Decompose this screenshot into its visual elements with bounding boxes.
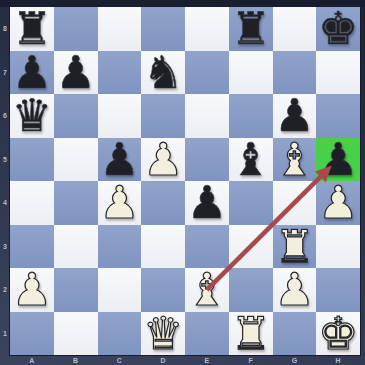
square-c4[interactable]: ♟ (98, 181, 142, 225)
square-c3[interactable] (98, 225, 142, 269)
piece-white-rook: ♜ (230, 312, 270, 355)
square-e2[interactable]: ♝ (185, 268, 229, 312)
square-g3[interactable]: ♜ (273, 225, 317, 269)
file-label-a: A (10, 355, 54, 365)
square-h5[interactable]: ♟ (316, 138, 360, 182)
board: ♜♜♚♟♟♞♛♟♟♟♝♝♟♟♟♟♜♟♝♟♛♜♚ (10, 7, 360, 355)
file-label-b: B (54, 355, 98, 365)
square-b2[interactable] (54, 268, 98, 312)
square-e3[interactable] (185, 225, 229, 269)
square-c1[interactable] (98, 312, 142, 356)
piece-white-pawn: ♟ (12, 268, 52, 311)
piece-black-pawn: ♟ (55, 51, 95, 94)
square-c8[interactable] (98, 7, 142, 51)
square-b8[interactable] (54, 7, 98, 51)
square-h6[interactable] (316, 94, 360, 138)
square-e4[interactable]: ♟ (185, 181, 229, 225)
square-f1[interactable]: ♜ (229, 312, 273, 356)
rank-label-7: 7 (0, 51, 10, 95)
piece-black-rook: ♜ (12, 7, 52, 50)
square-h7[interactable] (316, 51, 360, 95)
piece-black-pawn: ♟ (274, 94, 314, 137)
square-f2[interactable] (229, 268, 273, 312)
piece-white-pawn: ♟ (143, 138, 183, 181)
square-h8[interactable]: ♚ (316, 7, 360, 51)
square-e6[interactable] (185, 94, 229, 138)
square-e8[interactable] (185, 7, 229, 51)
square-b7[interactable]: ♟ (54, 51, 98, 95)
piece-black-king: ♚ (318, 7, 358, 50)
square-g4[interactable] (273, 181, 317, 225)
file-label-g: G (273, 355, 317, 365)
piece-black-queen: ♛ (12, 94, 52, 137)
square-h4[interactable]: ♟ (316, 181, 360, 225)
file-labels: ABCDEFGH (10, 355, 360, 365)
piece-white-bishop: ♝ (187, 268, 227, 311)
square-f3[interactable] (229, 225, 273, 269)
square-b5[interactable] (54, 138, 98, 182)
square-h3[interactable] (316, 225, 360, 269)
file-label-c: C (98, 355, 142, 365)
square-f8[interactable]: ♜ (229, 7, 273, 51)
square-b4[interactable] (54, 181, 98, 225)
square-f4[interactable] (229, 181, 273, 225)
square-a3[interactable] (10, 225, 54, 269)
square-c6[interactable] (98, 94, 142, 138)
square-h2[interactable] (316, 268, 360, 312)
square-a8[interactable]: ♜ (10, 7, 54, 51)
square-a2[interactable]: ♟ (10, 268, 54, 312)
rank-label-6: 6 (0, 94, 10, 138)
chess-board-frame: 87654321 ABCDEFGH ♜♜♚♟♟♞♛♟♟♟♝♝♟♟♟♟♜♟♝♟♛♜… (0, 0, 365, 365)
square-d1[interactable]: ♛ (141, 312, 185, 356)
square-a5[interactable] (10, 138, 54, 182)
rank-label-4: 4 (0, 181, 10, 225)
file-label-e: E (185, 355, 229, 365)
piece-white-pawn: ♟ (318, 181, 358, 224)
square-g8[interactable] (273, 7, 317, 51)
square-d4[interactable] (141, 181, 185, 225)
rank-label-8: 8 (0, 7, 10, 51)
square-b1[interactable] (54, 312, 98, 356)
piece-black-rook: ♜ (230, 7, 270, 50)
square-c7[interactable] (98, 51, 142, 95)
piece-black-knight: ♞ (143, 51, 183, 94)
piece-white-pawn: ♟ (99, 181, 139, 224)
square-g2[interactable]: ♟ (273, 268, 317, 312)
piece-black-bishop: ♝ (230, 138, 270, 181)
piece-black-pawn: ♟ (318, 138, 358, 181)
piece-white-bishop: ♝ (274, 138, 314, 181)
square-f5[interactable]: ♝ (229, 138, 273, 182)
square-d5[interactable]: ♟ (141, 138, 185, 182)
square-g7[interactable] (273, 51, 317, 95)
rank-label-1: 1 (0, 312, 10, 356)
rank-label-5: 5 (0, 138, 10, 182)
piece-black-pawn: ♟ (12, 51, 52, 94)
square-b3[interactable] (54, 225, 98, 269)
square-c2[interactable] (98, 268, 142, 312)
rank-labels: 87654321 (0, 7, 10, 355)
square-d2[interactable] (141, 268, 185, 312)
square-b6[interactable] (54, 94, 98, 138)
piece-white-pawn: ♟ (274, 268, 314, 311)
rank-label-2: 2 (0, 268, 10, 312)
square-d7[interactable]: ♞ (141, 51, 185, 95)
square-a4[interactable] (10, 181, 54, 225)
square-a6[interactable]: ♛ (10, 94, 54, 138)
square-a7[interactable]: ♟ (10, 51, 54, 95)
square-d3[interactable] (141, 225, 185, 269)
square-e7[interactable] (185, 51, 229, 95)
square-h1[interactable]: ♚ (316, 312, 360, 356)
square-a1[interactable] (10, 312, 54, 356)
square-c5[interactable]: ♟ (98, 138, 142, 182)
piece-black-pawn: ♟ (99, 138, 139, 181)
rank-label-3: 3 (0, 225, 10, 269)
piece-black-pawn: ♟ (187, 181, 227, 224)
piece-white-rook: ♜ (274, 225, 314, 268)
square-g5[interactable]: ♝ (273, 138, 317, 182)
piece-white-king: ♚ (318, 312, 358, 355)
square-d6[interactable] (141, 94, 185, 138)
square-e1[interactable] (185, 312, 229, 356)
square-e5[interactable] (185, 138, 229, 182)
square-f6[interactable] (229, 94, 273, 138)
square-g6[interactable]: ♟ (273, 94, 317, 138)
square-g1[interactable] (273, 312, 317, 356)
square-d8[interactable] (141, 7, 185, 51)
piece-white-queen: ♛ (143, 312, 183, 355)
square-f7[interactable] (229, 51, 273, 95)
